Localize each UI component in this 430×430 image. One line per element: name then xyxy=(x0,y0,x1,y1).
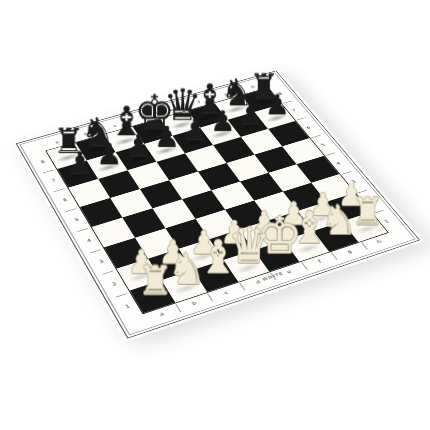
coord-label-rank-5: 5 xyxy=(66,208,88,231)
piece-white-rook-a1: ♜ xyxy=(122,261,187,300)
chess-set-photo: ♜♞♝♚♛♝♞♜♟♟♟♟♟♟♟♟♟♟♟♟♟♟♟♟♜♞♝♛♚♝♞♜ abcdefg… xyxy=(0,0,430,430)
piece-black-pawn-a7: ♟ xyxy=(50,148,109,178)
vinyl-chess-mat: ♜♞♝♚♛♝♞♜♟♟♟♟♟♟♟♟♟♟♟♟♟♟♟♟♜♞♝♛♚♝♞♜ abcdefg… xyxy=(12,68,425,342)
chess-board: ♜♞♝♚♛♝♞♜♟♟♟♟♟♟♟♟♟♟♟♟♟♟♟♟♜♞♝♛♚♝♞♜ xyxy=(45,87,388,314)
